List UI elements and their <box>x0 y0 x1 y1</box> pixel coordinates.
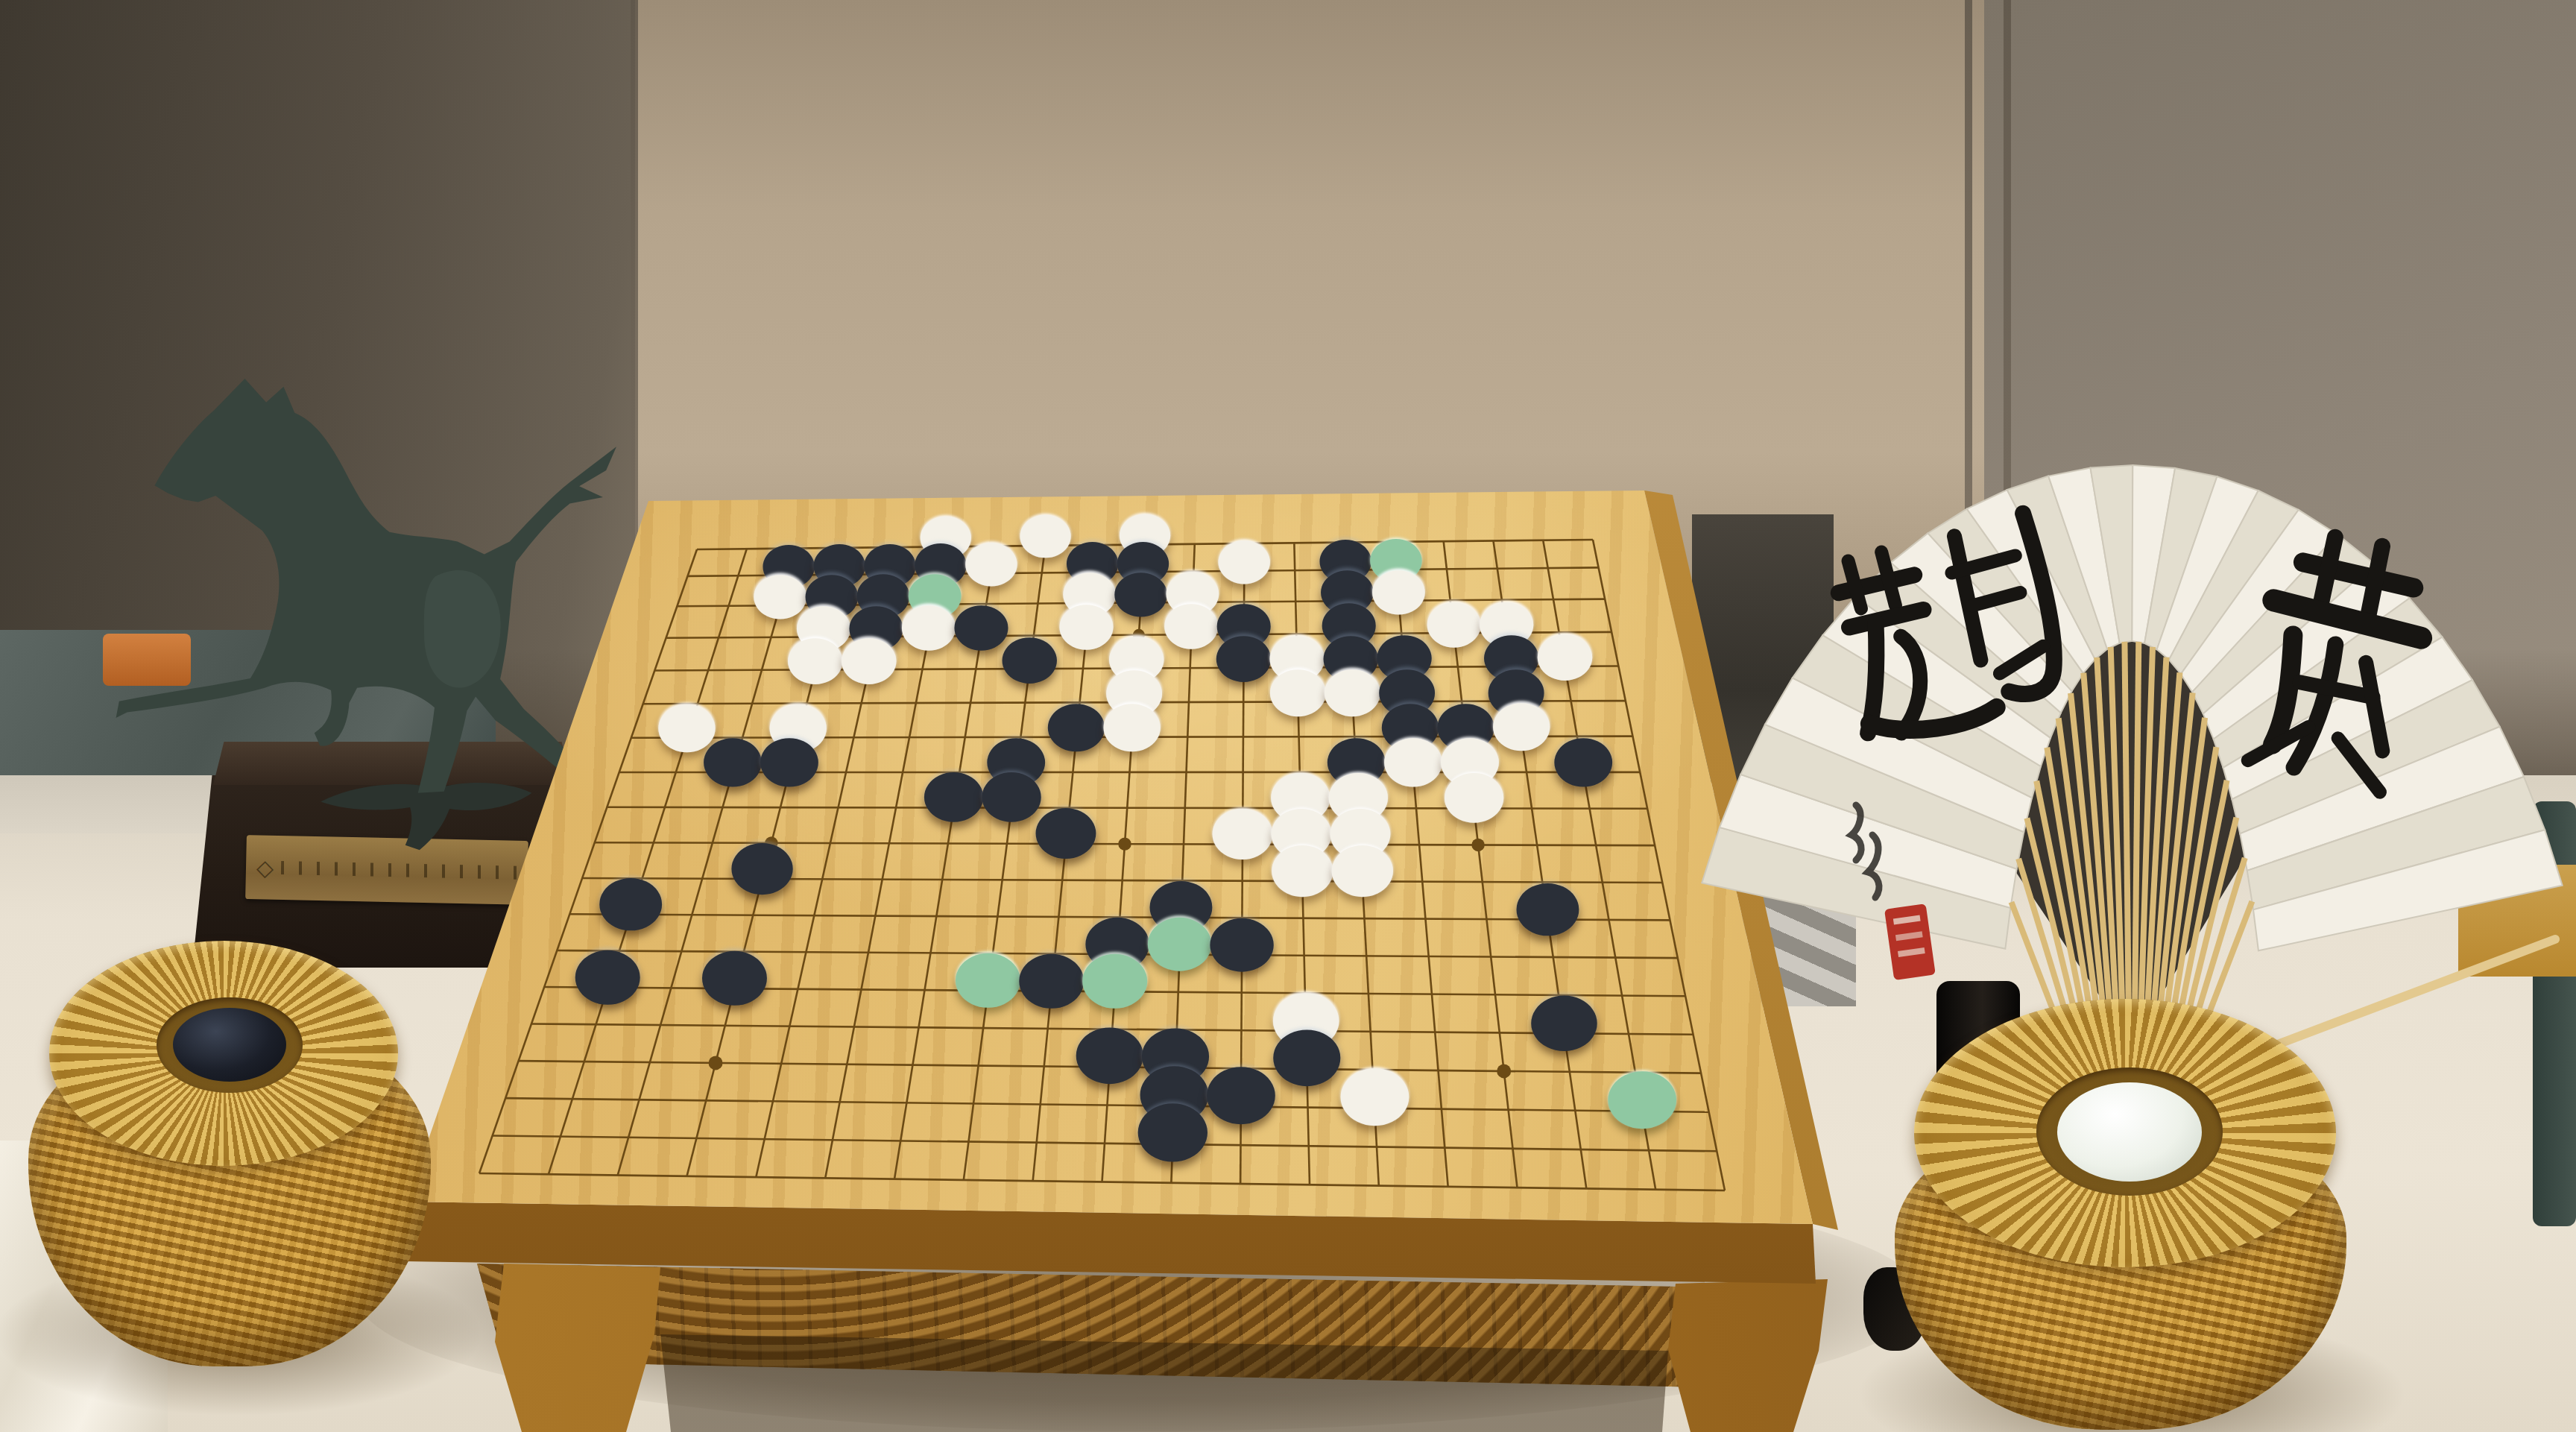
stone-white[interactable]: ● <box>1325 1049 1425 1133</box>
stone-black[interactable]: ● <box>1515 976 1612 1057</box>
stone-black[interactable]: ● <box>585 860 677 937</box>
stone-black[interactable]: ● <box>717 825 807 900</box>
stone-white[interactable]: ● <box>1317 828 1407 903</box>
stone-white[interactable]: ● <box>829 622 909 690</box>
stone-black[interactable]: ● <box>687 932 783 1012</box>
stone-white[interactable]: ● <box>1430 757 1517 830</box>
stone-black[interactable]: ● <box>1502 865 1594 941</box>
stone-black[interactable]: ● <box>1122 1084 1224 1170</box>
stone-black[interactable]: ● <box>1195 900 1288 978</box>
stone-white[interactable]: ● <box>1090 687 1174 757</box>
lid-inset-white-stone <box>2057 1082 2202 1182</box>
stone-black[interactable]: ● <box>1541 722 1626 793</box>
stone-green[interactable]: ● <box>1067 935 1163 1015</box>
stone-black[interactable]: ● <box>989 621 1070 689</box>
scene-root: { "game": "go (weiqi) — display position… <box>0 0 2576 1432</box>
stone-black[interactable]: ● <box>747 722 832 793</box>
lid-inset-black-stone <box>173 1008 286 1082</box>
stone-black[interactable]: ● <box>1022 792 1111 866</box>
stone-black[interactable]: ● <box>560 931 655 1011</box>
